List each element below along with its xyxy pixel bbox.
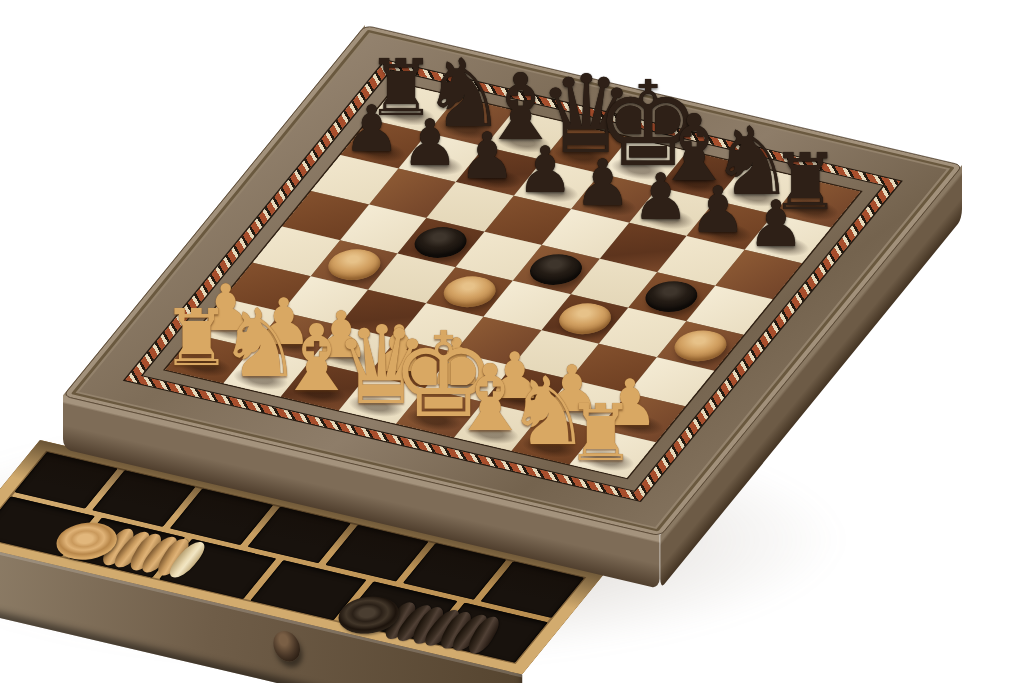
drawer-knob[interactable] [274, 628, 301, 664]
piece-white-rook-h1[interactable]: ♜ [564, 398, 638, 468]
checker-light-h4[interactable] [665, 326, 735, 365]
product-photo-scene: ♜♞♝♛♚♝♞♜♟♟♟♟♟♟♟♟♟♟♟♟♟♟♟♟♜♞♝♛♚♝♞♜ [0, 0, 1024, 683]
piece-black-pawn-h7[interactable]: ♟ [739, 196, 813, 254]
chess-board: ♜♞♝♛♚♝♞♜♟♟♟♟♟♟♟♟♟♟♟♟♟♟♟♟♜♞♝♛♚♝♞♜ [165, 83, 860, 478]
